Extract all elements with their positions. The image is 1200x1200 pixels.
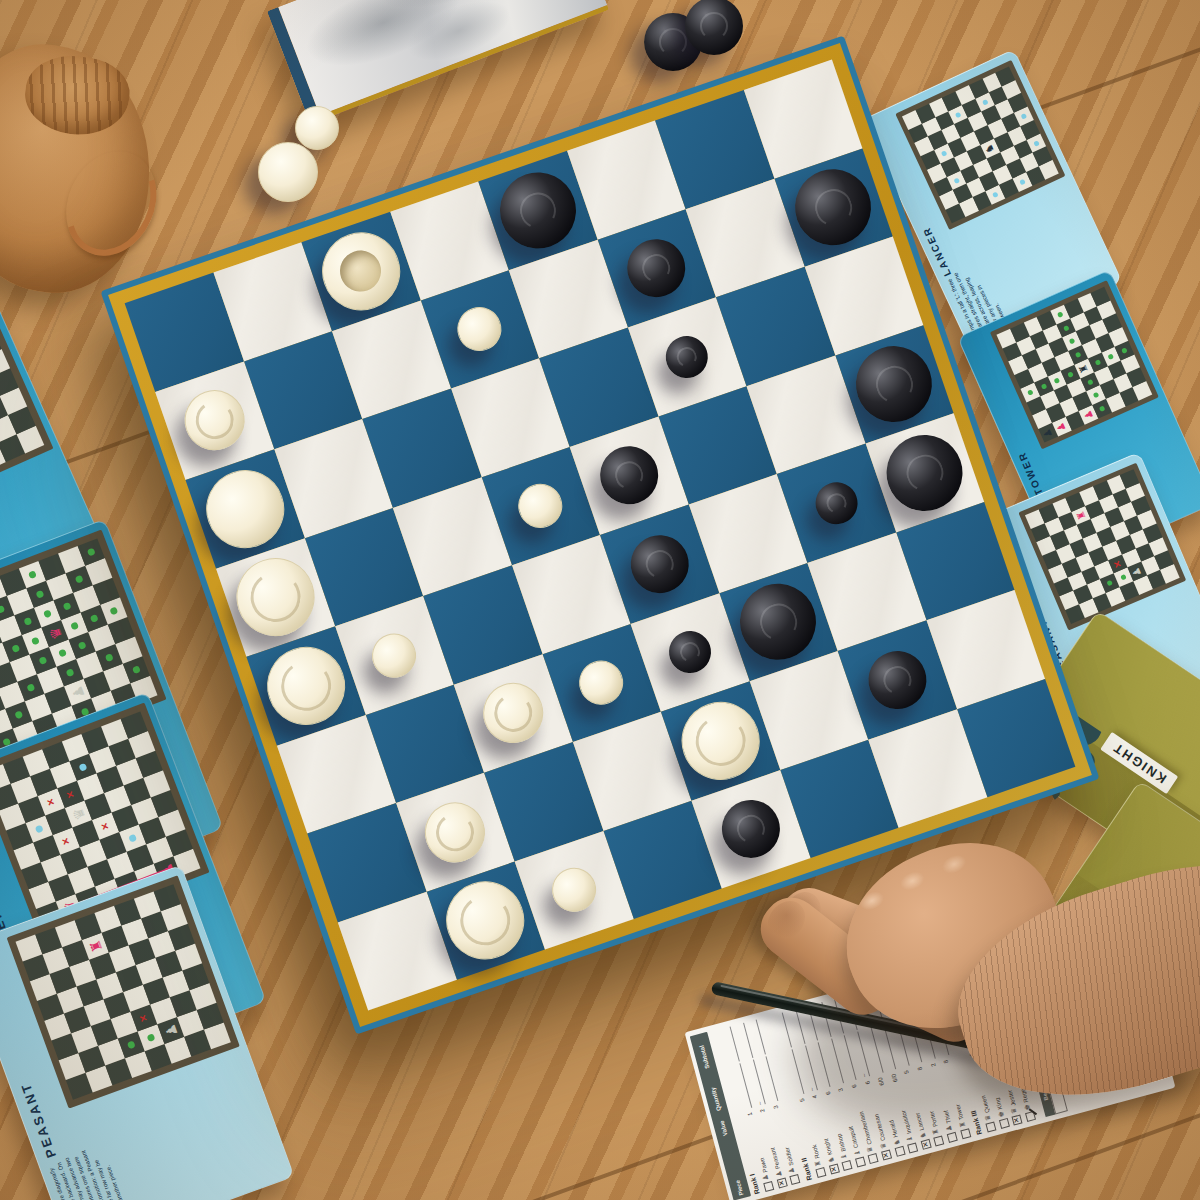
checkbox-bishop[interactable] (842, 1160, 853, 1171)
card-title: LANCER (920, 225, 953, 278)
checkbox-regent[interactable] (1025, 1111, 1036, 1122)
checkbox-peasant[interactable]: ✕ (777, 1177, 788, 1188)
move-dot-blue (35, 825, 44, 834)
piece-white-d7[interactable] (452, 301, 508, 357)
piece-bag[interactable] (0, 35, 164, 303)
captured-piece-white-2[interactable] (258, 142, 318, 202)
piece-black-g4[interactable] (810, 476, 863, 529)
card-peasant-left[interactable]: PEASANT• Moves one square diagonally and… (0, 864, 295, 1200)
move-dot-blue (1021, 113, 1028, 120)
move-dot-green (78, 641, 87, 650)
move-dot-blue (992, 191, 999, 198)
capture-x-marker: ✕ (100, 821, 111, 831)
piece-black-f7[interactable] (620, 231, 694, 305)
move-dot-blue (982, 99, 989, 106)
move-dot-green (0, 652, 1, 661)
move-dot-green (105, 653, 114, 662)
move-dot-blue (941, 150, 948, 157)
piece-white-a4[interactable] (256, 636, 355, 735)
piece-black-e3[interactable] (663, 626, 716, 679)
move-dot-green (90, 614, 99, 623)
checkbox-porter[interactable] (934, 1135, 945, 1146)
capture-x-marker: ✕ (65, 789, 76, 799)
piece-white-c3[interactable] (475, 675, 551, 751)
card-title: TOWER (1016, 450, 1045, 497)
piece-black-g2[interactable] (860, 643, 934, 717)
diagram-piece-pr: ♜ (1075, 509, 1088, 521)
piece-value: 3 (772, 1103, 782, 1122)
piece-black-e4[interactable] (623, 527, 697, 601)
checkbox-soldier[interactable] (790, 1174, 801, 1185)
piece-black-h5[interactable] (846, 336, 943, 433)
diagram-piece-bn: ♞ (984, 142, 997, 154)
move-dot-green (66, 668, 75, 677)
move-dot-green (1120, 574, 1127, 581)
checkbox-knight[interactable]: ✕ (829, 1164, 840, 1175)
captured-piece-black-2[interactable] (685, 0, 743, 55)
piece-value: 2 (759, 1106, 769, 1125)
move-dot-green (70, 621, 79, 630)
checkbox-tower[interactable] (960, 1128, 971, 1139)
move-dot-green (1040, 383, 1047, 390)
piece-value: 5 (798, 1096, 808, 1115)
move-dot-green (1087, 379, 1094, 386)
move-dot-green (1067, 371, 1074, 378)
diagram-piece-gp: ♟ (69, 684, 87, 701)
diagram-piece-gq: ♛ (70, 806, 88, 823)
piece-white-a6[interactable] (195, 459, 294, 558)
checkbox-courtesan[interactable]: ✕ (881, 1149, 892, 1160)
move-dot-green (1093, 392, 1100, 399)
diagram-piece-bp: ♟ (1042, 427, 1055, 439)
move-dot-green (38, 656, 47, 665)
diagram-piece-pp: ♟ (1082, 409, 1095, 421)
card-mini-board: ♞ (895, 60, 1065, 230)
piece-black-e5[interactable] (592, 439, 666, 513)
card-rules-text: • Moves one square diagonally and cannot… (44, 1139, 135, 1200)
move-dot-green (1075, 352, 1082, 359)
checkbox-jester[interactable]: ✕ (1012, 1114, 1023, 1125)
piece-value: 1 (746, 1110, 756, 1129)
checkbox-catapult[interactable] (855, 1156, 866, 1167)
piece-white-c8[interactable] (311, 222, 410, 321)
piece-white-c1[interactable] (546, 862, 602, 918)
move-dot-blue (78, 763, 87, 772)
captured-piece-white-1[interactable] (295, 106, 339, 150)
move-dot-green (1027, 389, 1034, 396)
piece-white-a5[interactable] (226, 548, 325, 647)
piece-black-h4[interactable] (876, 424, 973, 521)
move-dot-green (127, 1040, 136, 1049)
move-dot-green (1063, 325, 1070, 332)
move-dot-green (43, 609, 52, 618)
diagram-piece-gp: ♟ (1131, 566, 1144, 578)
move-dot-green (28, 570, 37, 579)
checkbox-king[interactable] (999, 1118, 1010, 1129)
scorepad-column-value: Value (716, 1110, 728, 1137)
diagram-piece-pr: ♜ (87, 938, 104, 955)
capture-x-marker: ✕ (61, 836, 72, 846)
checkbox-rook[interactable] (815, 1167, 826, 1178)
move-dot-green (1108, 353, 1115, 360)
checkbox-herald[interactable] (894, 1146, 905, 1157)
move-dot-green (26, 683, 35, 692)
diagram-piece-pp: ♟ (1055, 421, 1068, 433)
piece-black-h7[interactable] (785, 159, 882, 256)
diagram-piece-br: ♜ (1078, 362, 1091, 374)
piece-white-b1[interactable] (436, 871, 535, 970)
checkbox-inquisitor[interactable] (907, 1142, 918, 1153)
move-dot-blue (1033, 140, 1040, 147)
move-dot-green (75, 575, 84, 584)
checkbox-chamberlain[interactable] (868, 1153, 879, 1164)
diagram-piece-pq: ♛ (46, 625, 64, 642)
checkbox-pawn[interactable] (764, 1181, 775, 1192)
move-dot-green (63, 602, 72, 611)
diagram-piece-gp: ♟ (162, 1022, 179, 1039)
piece-black-f3[interactable] (730, 574, 827, 671)
move-dot-green (1069, 338, 1076, 345)
piece-white-a7[interactable] (176, 382, 252, 458)
capture-x-marker: ✕ (46, 797, 57, 807)
move-dot-green (132, 665, 141, 674)
move-dot-green (109, 606, 118, 615)
checkbox-thief[interactable] (947, 1132, 958, 1143)
move-dot-green (87, 548, 96, 557)
move-dot-green (1057, 311, 1064, 318)
move-dot-green (14, 710, 23, 719)
card-mini-board (0, 282, 54, 522)
move-dot-green (1121, 347, 1128, 354)
piece-white-d3[interactable] (573, 655, 629, 711)
move-dot-blue (953, 177, 960, 184)
piece-white-d5[interactable] (513, 478, 569, 534)
piece-white-b2[interactable] (417, 794, 493, 870)
piece-black-f6[interactable] (660, 330, 713, 383)
checkbox-queen[interactable] (986, 1121, 997, 1132)
checkbox-lancer[interactable]: ✕ (921, 1139, 932, 1150)
move-dot-blue (955, 111, 962, 118)
move-dot-green (1099, 406, 1106, 413)
move-dot-green (1054, 377, 1061, 384)
move-dot-green (35, 590, 44, 599)
piece-white-b4[interactable] (366, 627, 422, 683)
capture-x-marker: ✕ (1112, 559, 1123, 569)
move-dot-green (147, 1033, 156, 1042)
move-dot-green (31, 636, 40, 645)
piece-white-e2[interactable] (671, 691, 770, 790)
piece-black-e8[interactable] (489, 162, 586, 259)
move-dot-green (0, 605, 5, 614)
move-dot-green (1094, 359, 1101, 366)
move-dot-green (58, 649, 67, 658)
move-dot-blue (128, 834, 137, 843)
move-dot-blue (1019, 179, 1026, 186)
move-dot-green (1107, 580, 1114, 587)
card-title: PEASANT (18, 1080, 59, 1160)
move-dot-green (23, 617, 32, 626)
capture-x-marker: ✕ (138, 1013, 149, 1023)
move-dot-green (11, 644, 20, 653)
